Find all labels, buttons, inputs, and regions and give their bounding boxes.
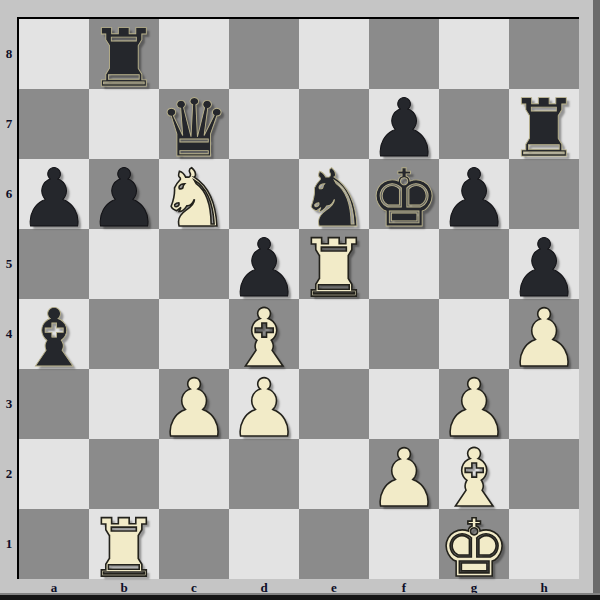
square-h5[interactable]: ♟ [509,229,579,299]
square-g6[interactable]: ♟ [439,159,509,229]
square-e2[interactable] [299,439,369,509]
white-rook[interactable]: ♜ [298,229,370,309]
black-rook[interactable]: ♜ [508,89,580,169]
white-pawn[interactable]: ♟ [508,299,580,379]
square-h4[interactable]: ♟ [509,299,579,369]
square-a6[interactable]: ♟ [19,159,89,229]
chess-board: ♜♛♟♜♟♟♞♞♚♟♟♜♟♝♝♟♟♟♟♟♝♜♚ [19,19,579,579]
white-knight[interactable]: ♞ [158,159,230,239]
square-e6[interactable]: ♞ [299,159,369,229]
square-d4[interactable]: ♝ [229,299,299,369]
frame-shadow-right [593,0,600,600]
square-c7[interactable]: ♛ [159,89,229,159]
square-d6[interactable] [229,159,299,229]
square-f7[interactable]: ♟ [369,89,439,159]
square-g1[interactable]: ♚ [439,509,509,579]
black-bishop[interactable]: ♝ [18,299,90,379]
square-d1[interactable] [229,509,299,579]
square-d5[interactable]: ♟ [229,229,299,299]
square-e3[interactable] [299,369,369,439]
square-h2[interactable] [509,439,579,509]
white-rook[interactable]: ♜ [88,509,160,589]
square-a4[interactable]: ♝ [19,299,89,369]
square-c1[interactable] [159,509,229,579]
square-h1[interactable] [509,509,579,579]
square-f8[interactable] [369,19,439,89]
rank-label-1: 1 [2,509,16,579]
square-b3[interactable] [89,369,159,439]
square-a8[interactable] [19,19,89,89]
rank-label-3: 3 [2,369,16,439]
white-pawn[interactable]: ♟ [368,439,440,519]
rank-label-2: 2 [2,439,16,509]
black-pawn[interactable]: ♟ [438,159,510,239]
black-pawn[interactable]: ♟ [88,159,160,239]
square-g3[interactable]: ♟ [439,369,509,439]
frame-shadow-bottom [0,593,600,600]
square-c3[interactable]: ♟ [159,369,229,439]
square-g8[interactable] [439,19,509,89]
square-c4[interactable] [159,299,229,369]
black-king[interactable]: ♚ [368,159,440,239]
square-e7[interactable] [299,89,369,159]
square-d3[interactable]: ♟ [229,369,299,439]
rank-label-7: 7 [2,89,16,159]
board-outline: ♜♛♟♜♟♟♞♞♚♟♟♜♟♝♝♟♟♟♟♟♝♜♚ [17,17,579,579]
square-b2[interactable] [89,439,159,509]
square-h8[interactable] [509,19,579,89]
square-c6[interactable]: ♞ [159,159,229,229]
square-g2[interactable]: ♝ [439,439,509,509]
chess-board-panel: 87654321 abcdefgh ♜♛♟♜♟♟♞♞♚♟♟♜♟♝♝♟♟♟♟♟♝♜… [0,0,600,600]
square-f4[interactable] [369,299,439,369]
rank-label-8: 8 [2,19,16,89]
square-f2[interactable]: ♟ [369,439,439,509]
square-e1[interactable] [299,509,369,579]
square-a7[interactable] [19,89,89,159]
white-king[interactable]: ♚ [438,509,510,589]
white-pawn[interactable]: ♟ [158,369,230,449]
square-f6[interactable]: ♚ [369,159,439,229]
square-a2[interactable] [19,439,89,509]
square-e8[interactable] [299,19,369,89]
square-e5[interactable]: ♜ [299,229,369,299]
square-c8[interactable] [159,19,229,89]
square-b4[interactable] [89,299,159,369]
square-a1[interactable] [19,509,89,579]
rank-label-6: 6 [2,159,16,229]
square-f3[interactable] [369,369,439,439]
square-b8[interactable]: ♜ [89,19,159,89]
rank-label-4: 4 [2,299,16,369]
square-h7[interactable]: ♜ [509,89,579,159]
square-b1[interactable]: ♜ [89,509,159,579]
square-d8[interactable] [229,19,299,89]
black-rook[interactable]: ♜ [88,19,160,99]
square-g7[interactable] [439,89,509,159]
square-b6[interactable]: ♟ [89,159,159,229]
square-g4[interactable] [439,299,509,369]
rank-label-5: 5 [2,229,16,299]
black-pawn[interactable]: ♟ [18,159,90,239]
white-pawn[interactable]: ♟ [228,369,300,449]
square-d7[interactable] [229,89,299,159]
